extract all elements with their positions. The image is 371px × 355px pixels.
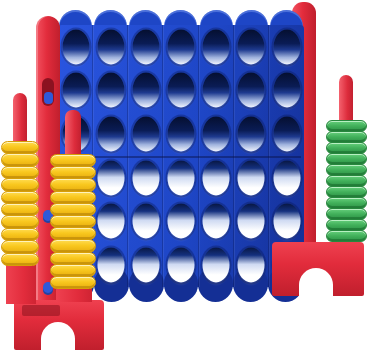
board-cell-r4c4 xyxy=(163,156,198,200)
yellow-disc xyxy=(50,191,96,204)
empty-hole xyxy=(203,160,230,195)
empty-hole xyxy=(203,29,230,64)
green-disc xyxy=(326,230,367,242)
yellow-disc xyxy=(1,228,39,241)
empty-hole xyxy=(167,73,194,108)
empty-hole xyxy=(238,248,265,283)
yellow-disc-stack-back xyxy=(1,142,39,266)
board-cell-r1c4 xyxy=(163,25,198,69)
foot-arch-cutout xyxy=(299,268,333,296)
empty-hole xyxy=(167,204,194,239)
board-cell-r3c3 xyxy=(128,112,163,156)
board-cell-r2c3 xyxy=(128,69,163,113)
board-cell-r3c6 xyxy=(234,112,269,156)
board-cell-r1c5 xyxy=(199,25,234,69)
yellow-disc xyxy=(50,239,96,252)
yellow-disc xyxy=(1,215,39,228)
yellow-disc xyxy=(1,166,39,179)
yellow-disc xyxy=(1,153,39,166)
board-cell-r2c5 xyxy=(199,69,234,113)
empty-hole xyxy=(167,248,194,283)
board-cell-r6c4 xyxy=(163,243,198,287)
board-cell-r4c7 xyxy=(269,156,304,200)
yellow-disc xyxy=(1,240,39,253)
empty-hole xyxy=(132,29,159,64)
yellow-disc xyxy=(1,203,39,216)
pole-base-back-left xyxy=(6,262,36,304)
board-cell-r2c6 xyxy=(234,69,269,113)
board-cell-r4c3 xyxy=(128,156,163,200)
giant-connect-four-photo xyxy=(0,0,371,355)
storage-pole-back-left xyxy=(13,93,27,148)
base-foot-right xyxy=(272,242,364,296)
empty-hole xyxy=(167,160,194,195)
board-cell-r4c2 xyxy=(93,156,128,200)
yellow-disc xyxy=(50,276,96,289)
board-cell-r2c4 xyxy=(163,69,198,113)
base-foot-left xyxy=(14,300,104,350)
empty-hole xyxy=(97,160,124,195)
board-cell-r1c1 xyxy=(58,25,93,69)
pole-base-front-left xyxy=(56,287,92,302)
board-cell-r4c5 xyxy=(199,156,234,200)
empty-hole xyxy=(203,73,230,108)
yellow-disc xyxy=(50,203,96,216)
yellow-disc xyxy=(50,178,96,191)
board-cell-r2c1 xyxy=(58,69,93,113)
molded-label xyxy=(22,305,60,316)
board-cell-r1c7 xyxy=(269,25,304,69)
board-cell-r6c5 xyxy=(199,243,234,287)
empty-hole xyxy=(203,248,230,283)
empty-hole xyxy=(167,117,194,152)
yellow-disc-stack-front xyxy=(50,155,96,289)
empty-hole xyxy=(238,204,265,239)
empty-hole xyxy=(62,73,89,108)
empty-hole xyxy=(132,204,159,239)
empty-hole xyxy=(273,204,300,239)
board-cell-r4c6 xyxy=(234,156,269,200)
empty-hole xyxy=(97,204,124,239)
board-cell-r2c2 xyxy=(93,69,128,113)
empty-hole xyxy=(167,29,194,64)
storage-pole-front-left xyxy=(65,110,81,160)
empty-hole xyxy=(132,160,159,195)
empty-hole xyxy=(273,117,300,152)
empty-hole xyxy=(132,117,159,152)
board-cell-r6c6 xyxy=(234,243,269,287)
empty-hole xyxy=(238,73,265,108)
foot-arch-cutout xyxy=(41,322,75,350)
yellow-disc xyxy=(1,178,39,191)
board-cell-r1c6 xyxy=(234,25,269,69)
empty-hole xyxy=(238,160,265,195)
empty-hole xyxy=(203,204,230,239)
empty-hole xyxy=(97,73,124,108)
empty-hole xyxy=(238,117,265,152)
storage-pole-right xyxy=(339,75,353,125)
yellow-disc xyxy=(50,264,96,277)
board-cell-r3c7 xyxy=(269,112,304,156)
yellow-disc xyxy=(50,252,96,265)
empty-hole xyxy=(97,29,124,64)
board-cell-r5c4 xyxy=(163,200,198,244)
yellow-disc xyxy=(1,253,39,266)
board-cell-r6c3 xyxy=(128,243,163,287)
board-cell-r5c2 xyxy=(93,200,128,244)
board-cell-r1c3 xyxy=(128,25,163,69)
board-cell-r1c2 xyxy=(93,25,128,69)
empty-hole xyxy=(97,117,124,152)
blue-knob-icon xyxy=(44,92,53,104)
empty-hole xyxy=(132,248,159,283)
board-center-seam xyxy=(61,156,301,158)
empty-hole xyxy=(62,29,89,64)
board-cell-r5c3 xyxy=(128,200,163,244)
empty-hole xyxy=(273,73,300,108)
yellow-disc xyxy=(1,141,39,154)
board-cell-r3c4 xyxy=(163,112,198,156)
empty-hole xyxy=(273,160,300,195)
empty-hole xyxy=(273,29,300,64)
empty-hole xyxy=(97,248,124,283)
board-cell-r5c7 xyxy=(269,200,304,244)
green-disc-stack xyxy=(326,121,367,242)
yellow-disc xyxy=(1,191,39,204)
empty-hole xyxy=(132,73,159,108)
board-cell-r5c6 xyxy=(234,200,269,244)
board-cell-r5c5 xyxy=(199,200,234,244)
board-cell-r3c2 xyxy=(93,112,128,156)
board-cell-r3c5 xyxy=(199,112,234,156)
board-cell-r6c2 xyxy=(93,243,128,287)
lock-slot xyxy=(42,78,54,106)
board-cell-r2c7 xyxy=(269,69,304,113)
empty-hole xyxy=(238,29,265,64)
empty-hole xyxy=(203,117,230,152)
